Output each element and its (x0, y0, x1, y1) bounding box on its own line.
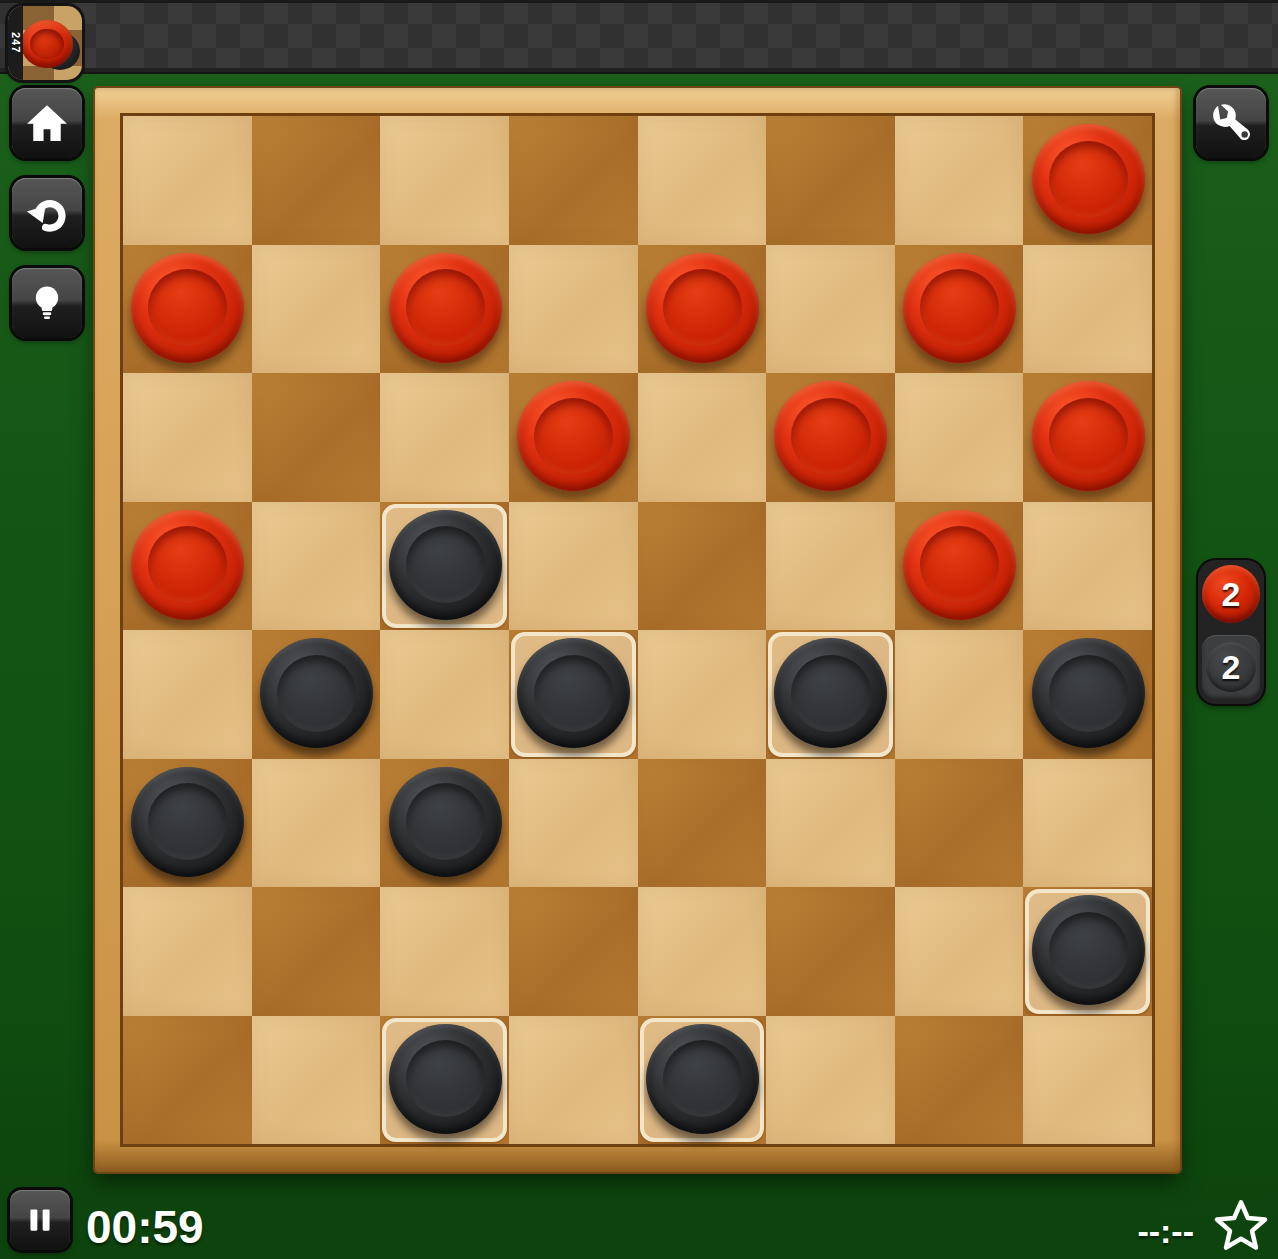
red-piece[interactable] (131, 253, 244, 363)
black-piece[interactable] (1032, 638, 1145, 748)
square-r2c4 (509, 245, 638, 374)
black-score-value: 2 (1206, 642, 1256, 692)
red-piece[interactable] (131, 510, 244, 620)
site-logo[interactable]: 247 (8, 6, 82, 80)
square-r4c6 (766, 502, 895, 631)
settings-button[interactable] (1196, 88, 1266, 158)
black-piece[interactable] (260, 638, 373, 748)
square-r5c8[interactable] (1023, 630, 1152, 759)
black-piece[interactable] (1032, 895, 1145, 1005)
square-r6c2 (252, 759, 381, 888)
black-piece[interactable] (389, 510, 502, 620)
square-r6c1[interactable] (123, 759, 252, 888)
square-r2c7[interactable] (895, 245, 1024, 374)
square-r5c7 (895, 630, 1024, 759)
square-r7c3 (380, 887, 509, 1016)
red-piece[interactable] (646, 253, 759, 363)
black-piece[interactable] (389, 767, 502, 877)
square-r5c6[interactable] (766, 630, 895, 759)
square-r7c8[interactable] (1023, 887, 1152, 1016)
square-r8c3[interactable] (380, 1016, 509, 1145)
header-bar (0, 0, 1278, 74)
square-r7c4[interactable] (509, 887, 638, 1016)
square-r8c5[interactable] (638, 1016, 767, 1145)
red-checker-icon (21, 20, 73, 68)
undo-button[interactable] (12, 178, 82, 248)
board (120, 113, 1155, 1147)
red-piece[interactable] (1032, 381, 1145, 491)
logo-247-strip: 247 (8, 6, 23, 80)
black-piece[interactable] (131, 767, 244, 877)
square-r3c7 (895, 373, 1024, 502)
red-piece[interactable] (389, 253, 502, 363)
square-r3c4[interactable] (509, 373, 638, 502)
square-r3c8[interactable] (1023, 373, 1152, 502)
square-r2c5[interactable] (638, 245, 767, 374)
favorite-star-button[interactable] (1212, 1196, 1270, 1254)
square-r5c2[interactable] (252, 630, 381, 759)
red-score-badge: 2 (1202, 565, 1260, 623)
square-r8c4 (509, 1016, 638, 1145)
red-piece[interactable] (517, 381, 630, 491)
square-r5c4[interactable] (509, 630, 638, 759)
square-r1c6[interactable] (766, 116, 895, 245)
undo-icon (24, 190, 70, 236)
square-r4c7[interactable] (895, 502, 1024, 631)
red-score-value: 2 (1222, 575, 1241, 614)
opponent-timer: --:-- (1137, 1212, 1194, 1251)
score-panel: 2 2 (1198, 560, 1264, 704)
square-r3c2[interactable] (252, 373, 381, 502)
black-piece[interactable] (774, 638, 887, 748)
square-r5c5 (638, 630, 767, 759)
square-r2c1[interactable] (123, 245, 252, 374)
home-button[interactable] (12, 88, 82, 158)
black-piece[interactable] (646, 1024, 759, 1134)
app-icon: 247 (8, 6, 82, 80)
square-r7c6[interactable] (766, 887, 895, 1016)
square-r2c6 (766, 245, 895, 374)
square-r1c2[interactable] (252, 116, 381, 245)
player-timer: 00:59 (86, 1200, 204, 1254)
square-r7c7 (895, 887, 1024, 1016)
square-r3c5 (638, 373, 767, 502)
black-piece[interactable] (517, 638, 630, 748)
square-r1c7 (895, 116, 1024, 245)
square-r7c5 (638, 887, 767, 1016)
square-r8c6 (766, 1016, 895, 1145)
star-icon (1212, 1196, 1270, 1254)
square-r6c8 (1023, 759, 1152, 888)
square-r5c1 (123, 630, 252, 759)
square-r2c3[interactable] (380, 245, 509, 374)
square-r3c3 (380, 373, 509, 502)
square-r3c6[interactable] (766, 373, 895, 502)
square-r1c5 (638, 116, 767, 245)
square-r4c5[interactable] (638, 502, 767, 631)
square-r6c4 (509, 759, 638, 888)
board-frame (95, 88, 1180, 1172)
square-r5c3 (380, 630, 509, 759)
pause-icon (23, 1203, 57, 1237)
red-piece[interactable] (903, 510, 1016, 620)
square-r7c1 (123, 887, 252, 1016)
red-piece[interactable] (1032, 124, 1145, 234)
square-r8c2 (252, 1016, 381, 1145)
square-r6c5[interactable] (638, 759, 767, 888)
square-r7c2[interactable] (252, 887, 381, 1016)
wrench-icon (1208, 100, 1254, 146)
pause-button[interactable] (10, 1190, 70, 1250)
square-r6c3[interactable] (380, 759, 509, 888)
lightbulb-icon (26, 282, 68, 324)
square-r4c2 (252, 502, 381, 631)
square-r4c4 (509, 502, 638, 631)
black-piece[interactable] (389, 1024, 502, 1134)
square-r2c2 (252, 245, 381, 374)
square-r4c8 (1023, 502, 1152, 631)
square-r1c3 (380, 116, 509, 245)
square-r1c1 (123, 116, 252, 245)
square-r1c4[interactable] (509, 116, 638, 245)
square-r8c8 (1023, 1016, 1152, 1145)
square-r3c1 (123, 373, 252, 502)
square-r1c8[interactable] (1023, 116, 1152, 245)
hint-button[interactable] (12, 268, 82, 338)
square-r6c7[interactable] (895, 759, 1024, 888)
red-piece[interactable] (774, 381, 887, 491)
red-piece[interactable] (903, 253, 1016, 363)
black-score-badge: 2 (1202, 635, 1260, 699)
square-r8c1[interactable] (123, 1016, 252, 1145)
square-r4c1[interactable] (123, 502, 252, 631)
square-r8c7[interactable] (895, 1016, 1024, 1145)
square-r4c3[interactable] (380, 502, 509, 631)
home-icon (25, 101, 69, 145)
square-r6c6 (766, 759, 895, 888)
square-r2c8 (1023, 245, 1152, 374)
